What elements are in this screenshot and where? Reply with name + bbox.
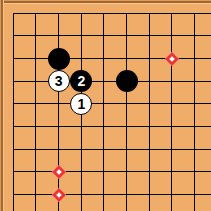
marked-point-diamond-icon (52, 165, 66, 179)
grid-line-vertical (103, 13, 104, 211)
grid-line-horizontal (13, 13, 211, 14)
grid-line-vertical (126, 13, 127, 211)
black-stone (48, 48, 70, 70)
grid-line-vertical (149, 13, 150, 211)
grid-line-vertical (194, 13, 195, 211)
grid-line-horizontal (13, 35, 211, 36)
black-stone-move-2: 2 (70, 70, 92, 92)
grid-line-horizontal (13, 81, 211, 82)
diagram-stage: 231 (0, 0, 211, 211)
black-stone (116, 70, 138, 92)
marked-point-diamond-icon (165, 52, 179, 66)
white-stone-move-3: 3 (48, 70, 70, 92)
white-stone-move-1: 1 (70, 93, 92, 115)
frame-top-highlight (0, 3, 211, 4)
marked-point-diamond-icon (52, 188, 66, 202)
grid-line-horizontal (13, 149, 211, 150)
grid-line-horizontal (13, 103, 211, 104)
grid-line-horizontal (13, 58, 211, 59)
grid-line-horizontal (13, 194, 211, 195)
frame-left-highlight (3, 0, 4, 211)
grid-line-vertical (171, 13, 172, 211)
go-board: 231 (0, 0, 211, 211)
grid-line-horizontal (13, 126, 211, 127)
grid-line-vertical (58, 13, 59, 211)
grid-line-vertical (13, 13, 14, 211)
grid-line-horizontal (13, 171, 211, 172)
grid-line-vertical (35, 13, 36, 211)
